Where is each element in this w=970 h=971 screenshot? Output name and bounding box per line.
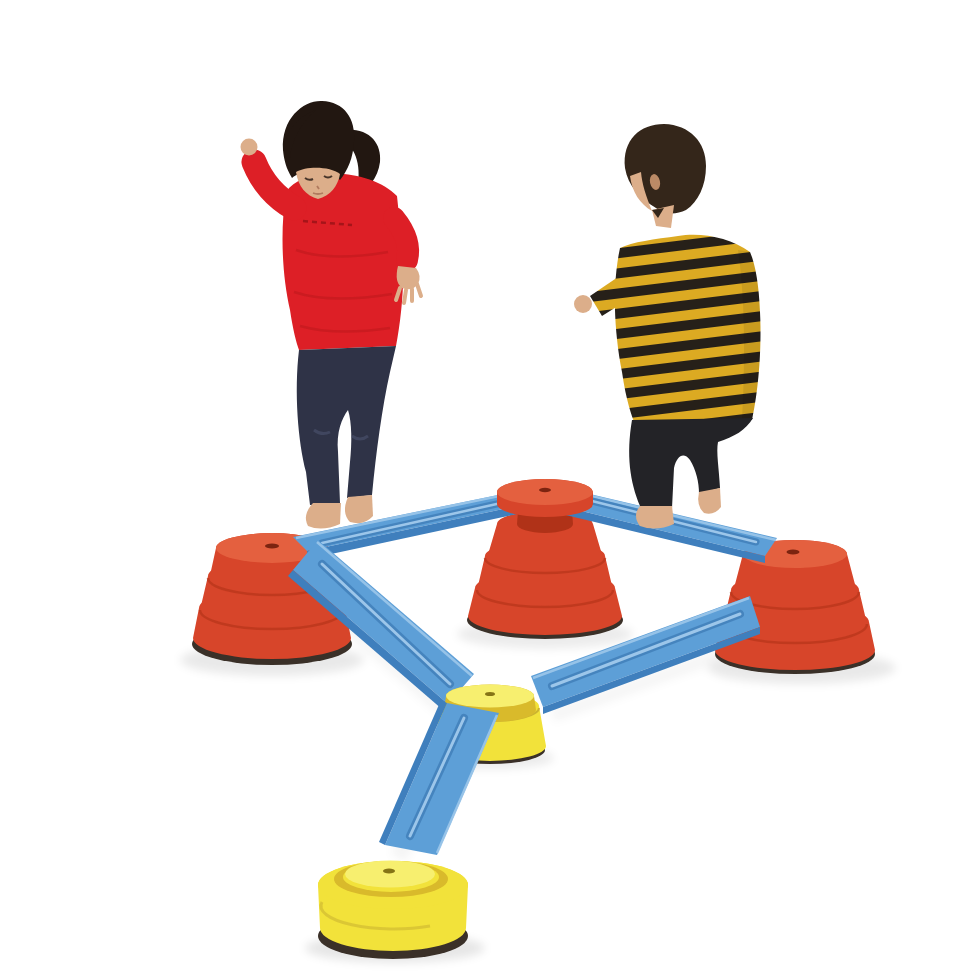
top-face [345, 861, 435, 888]
boy-left-foot [636, 506, 674, 529]
girl-left-foot [306, 503, 341, 529]
striped-shirt [615, 235, 761, 426]
red-stepper-center-cap [497, 479, 593, 517]
raised-fist [241, 139, 258, 156]
studio-background [0, 0, 970, 971]
boy-fist [574, 295, 592, 313]
yellow-stepper-bottom [318, 861, 468, 960]
balance-course-scene: Two barefoot children balancing on a bui… [0, 0, 970, 971]
girl-right-foot [345, 495, 373, 523]
peg-hole [485, 692, 495, 696]
peg-hole [383, 869, 395, 874]
peg-hole [539, 488, 551, 492]
peg-hole [265, 543, 279, 548]
product-photo: Two barefoot children balancing on a bui… [0, 0, 970, 971]
peg-hole [787, 550, 800, 555]
boy-right-foot [698, 488, 721, 514]
